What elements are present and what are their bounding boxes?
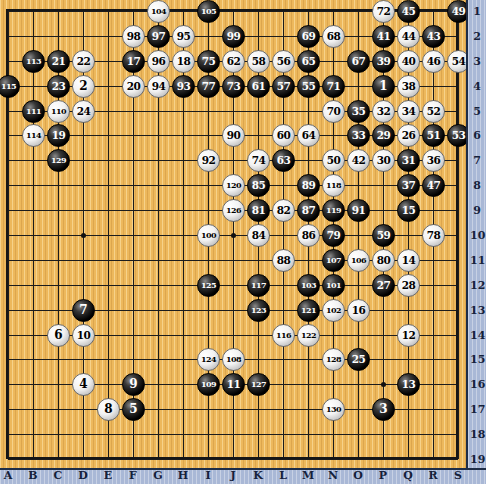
stone-white-N13: 102 xyxy=(322,299,345,322)
stone-white-H3: 18 xyxy=(172,50,195,73)
stone-black-M8: 89 xyxy=(297,174,320,197)
stone-move-number: 18 xyxy=(177,51,191,72)
stone-move-number: 14 xyxy=(402,250,416,271)
stone-white-I10: 100 xyxy=(197,224,220,247)
stone-move-number: 74 xyxy=(252,150,266,171)
stone-black-N4: 71 xyxy=(322,75,345,98)
stone-black-J2: 99 xyxy=(222,25,245,48)
stone-black-N12: 101 xyxy=(322,274,345,297)
stone-black-M9: 87 xyxy=(297,199,320,222)
column-label-C: C xyxy=(51,469,65,482)
stone-black-I3: 75 xyxy=(197,50,220,73)
stone-white-I7: 92 xyxy=(197,149,220,172)
stone-black-P3: 39 xyxy=(372,50,395,73)
stone-move-number: 85 xyxy=(252,175,266,196)
stone-white-P7: 30 xyxy=(372,149,395,172)
stone-move-number: 79 xyxy=(327,225,341,246)
stone-black-O3: 67 xyxy=(347,50,370,73)
stone-black-G2: 97 xyxy=(147,25,170,48)
row-label-10: 10 xyxy=(470,229,484,242)
stone-white-R7: 36 xyxy=(422,149,445,172)
stone-move-number: 104 xyxy=(151,1,166,22)
stone-black-B3: 113 xyxy=(22,50,45,73)
stone-move-number: 26 xyxy=(402,125,416,146)
stone-black-Q7: 31 xyxy=(397,149,420,172)
stone-move-number: 111 xyxy=(26,101,41,122)
stone-move-number: 90 xyxy=(227,125,241,146)
stone-black-R6: 51 xyxy=(422,124,445,147)
stone-move-number: 128 xyxy=(326,349,341,370)
stone-move-number: 94 xyxy=(152,76,166,97)
stone-move-number: 61 xyxy=(252,76,266,97)
stone-move-number: 113 xyxy=(26,51,41,72)
stone-move-number: 28 xyxy=(402,275,416,296)
stone-white-L14: 116 xyxy=(272,324,295,347)
stone-move-number: 122 xyxy=(301,325,316,346)
stone-move-number: 2 xyxy=(79,76,87,97)
stone-move-number: 52 xyxy=(427,101,441,122)
column-label-H: H xyxy=(176,469,190,482)
stone-black-K13: 123 xyxy=(247,299,270,322)
stone-move-number: 10 xyxy=(77,325,91,346)
stone-white-Q4: 38 xyxy=(397,75,420,98)
stone-move-number: 91 xyxy=(352,200,366,221)
row-label-17: 17 xyxy=(470,403,484,416)
stone-move-number: 100 xyxy=(201,225,216,246)
stone-black-J16: 11 xyxy=(222,373,245,396)
stone-move-number: 20 xyxy=(127,76,141,97)
star-point xyxy=(231,233,236,238)
row-label-7: 7 xyxy=(470,154,484,167)
stone-move-number: 55 xyxy=(302,76,316,97)
stone-move-number: 16 xyxy=(352,300,366,321)
stone-move-number: 43 xyxy=(427,26,441,47)
stone-move-number: 1 xyxy=(379,76,387,97)
stone-white-N8: 118 xyxy=(322,174,345,197)
stone-white-G1: 104 xyxy=(147,0,170,23)
stone-black-M2: 69 xyxy=(297,25,320,48)
row-label-13: 13 xyxy=(470,304,484,317)
stone-move-number: 115 xyxy=(1,76,16,97)
stone-white-Q6: 26 xyxy=(397,124,420,147)
stone-move-number: 21 xyxy=(52,51,66,72)
stone-black-I12: 125 xyxy=(197,274,220,297)
stone-black-N10: 79 xyxy=(322,224,345,247)
grid-line xyxy=(458,11,459,459)
column-label-N: N xyxy=(326,469,340,482)
stone-white-K3: 58 xyxy=(247,50,270,73)
stone-black-I1: 105 xyxy=(197,0,220,23)
stone-white-Q11: 14 xyxy=(397,249,420,272)
stone-move-number: 129 xyxy=(51,150,66,171)
stone-black-M13: 121 xyxy=(297,299,320,322)
stone-black-Q8: 37 xyxy=(397,174,420,197)
stone-move-number: 53 xyxy=(452,125,466,146)
stone-white-P11: 80 xyxy=(372,249,395,272)
stone-white-P5: 32 xyxy=(372,100,395,123)
stone-white-N15: 128 xyxy=(322,348,345,371)
stone-move-number: 119 xyxy=(326,200,341,221)
stone-move-number: 67 xyxy=(352,51,366,72)
stone-white-N17: 130 xyxy=(322,398,345,421)
stone-white-H2: 95 xyxy=(172,25,195,48)
row-label-18: 18 xyxy=(470,428,484,441)
stone-black-P12: 27 xyxy=(372,274,395,297)
stone-move-number: 96 xyxy=(152,51,166,72)
stone-white-J8: 120 xyxy=(222,174,245,197)
stone-white-J15: 108 xyxy=(222,348,245,371)
stone-black-R8: 47 xyxy=(422,174,445,197)
stone-black-P10: 59 xyxy=(372,224,395,247)
column-label-S: S xyxy=(451,469,465,482)
stone-move-number: 47 xyxy=(427,175,441,196)
column-label-J: J xyxy=(226,469,240,482)
stone-black-N9: 119 xyxy=(322,199,345,222)
stone-move-number: 22 xyxy=(77,51,91,72)
stone-black-O6: 33 xyxy=(347,124,370,147)
column-label-D: D xyxy=(76,469,90,482)
stone-move-number: 8 xyxy=(104,399,112,420)
stone-black-P2: 41 xyxy=(372,25,395,48)
stone-move-number: 71 xyxy=(327,76,341,97)
stone-black-M4: 55 xyxy=(297,75,320,98)
stone-move-number: 45 xyxy=(402,1,416,22)
stone-move-number: 24 xyxy=(77,101,91,122)
row-label-3: 3 xyxy=(470,55,484,68)
stone-black-F16: 9 xyxy=(122,373,145,396)
stone-move-number: 130 xyxy=(326,399,341,420)
row-label-9: 9 xyxy=(470,204,484,217)
stone-black-K4: 61 xyxy=(247,75,270,98)
stone-move-number: 105 xyxy=(201,1,216,22)
stone-move-number: 120 xyxy=(226,175,241,196)
stone-white-C14: 6 xyxy=(47,324,70,347)
stone-move-number: 102 xyxy=(326,300,341,321)
stone-white-O13: 16 xyxy=(347,299,370,322)
stone-black-O5: 35 xyxy=(347,100,370,123)
stone-white-O7: 42 xyxy=(347,149,370,172)
stone-move-number: 49 xyxy=(452,1,466,22)
stone-move-number: 98 xyxy=(127,26,141,47)
stone-black-P4: 1 xyxy=(372,75,395,98)
stone-move-number: 56 xyxy=(277,51,291,72)
stone-move-number: 4 xyxy=(79,374,87,395)
stone-move-number: 42 xyxy=(352,150,366,171)
stone-move-number: 6 xyxy=(54,325,62,346)
stone-white-D14: 10 xyxy=(72,324,95,347)
row-label-19: 19 xyxy=(470,453,484,466)
go-board-frame: 1234567891011121314151617181920212223242… xyxy=(0,0,486,484)
stone-move-number: 68 xyxy=(327,26,341,47)
stone-move-number: 69 xyxy=(302,26,316,47)
stone-move-number: 64 xyxy=(302,125,316,146)
stone-black-N11: 107 xyxy=(322,249,345,272)
stone-move-number: 95 xyxy=(177,26,191,47)
stone-move-number: 80 xyxy=(377,250,391,271)
stone-move-number: 31 xyxy=(402,150,416,171)
stone-move-number: 58 xyxy=(252,51,266,72)
stone-move-number: 19 xyxy=(52,125,66,146)
stone-move-number: 77 xyxy=(202,76,216,97)
column-label-B: B xyxy=(26,469,40,482)
stone-black-Q9: 15 xyxy=(397,199,420,222)
stone-black-K9: 81 xyxy=(247,199,270,222)
stone-move-number: 11 xyxy=(227,374,241,395)
column-label-Q: Q xyxy=(401,469,415,482)
stone-black-K8: 85 xyxy=(247,174,270,197)
stone-white-D3: 22 xyxy=(72,50,95,73)
stone-move-number: 9 xyxy=(129,374,137,395)
stone-move-number: 33 xyxy=(352,125,366,146)
stone-white-F4: 20 xyxy=(122,75,145,98)
stone-move-number: 106 xyxy=(351,250,366,271)
row-label-2: 2 xyxy=(470,30,484,43)
stone-white-N7: 50 xyxy=(322,149,345,172)
stone-move-number: 7 xyxy=(79,300,87,321)
stone-move-number: 117 xyxy=(251,275,266,296)
stone-black-L7: 63 xyxy=(272,149,295,172)
row-label-16: 16 xyxy=(470,378,484,391)
stone-white-P1: 72 xyxy=(372,0,395,23)
stone-white-N2: 68 xyxy=(322,25,345,48)
column-label-G: G xyxy=(151,469,165,482)
stone-move-number: 54 xyxy=(452,51,466,72)
stone-white-B6: 114 xyxy=(22,124,45,147)
stone-move-number: 63 xyxy=(277,150,291,171)
column-label-P: P xyxy=(376,469,390,482)
column-label-O: O xyxy=(351,469,365,482)
stone-move-number: 12 xyxy=(402,325,416,346)
column-label-K: K xyxy=(251,469,265,482)
row-label-4: 4 xyxy=(470,80,484,93)
stone-move-number: 118 xyxy=(326,175,341,196)
stone-white-D16: 4 xyxy=(72,373,95,396)
stone-move-number: 88 xyxy=(277,250,291,271)
stone-black-O9: 91 xyxy=(347,199,370,222)
stone-black-C7: 129 xyxy=(47,149,70,172)
stone-move-number: 124 xyxy=(201,349,216,370)
stone-move-number: 78 xyxy=(427,225,441,246)
stone-black-J4: 73 xyxy=(222,75,245,98)
stone-black-C6: 19 xyxy=(47,124,70,147)
stone-move-number: 25 xyxy=(352,349,366,370)
grid-line xyxy=(8,459,458,460)
stone-white-J9: 126 xyxy=(222,199,245,222)
column-label-A: A xyxy=(1,469,15,482)
stone-black-K12: 117 xyxy=(247,274,270,297)
stone-white-D5: 24 xyxy=(72,100,95,123)
stone-move-number: 5 xyxy=(129,399,137,420)
stone-black-I4: 77 xyxy=(197,75,220,98)
stone-black-I16: 109 xyxy=(197,373,220,396)
stone-black-O15: 25 xyxy=(347,348,370,371)
stone-move-number: 38 xyxy=(402,76,416,97)
stone-white-R5: 52 xyxy=(422,100,445,123)
stone-white-L3: 56 xyxy=(272,50,295,73)
stone-move-number: 101 xyxy=(326,275,341,296)
stone-move-number: 44 xyxy=(402,26,416,47)
stone-move-number: 89 xyxy=(302,175,316,196)
stone-move-number: 29 xyxy=(377,125,391,146)
stone-black-F3: 17 xyxy=(122,50,145,73)
row-label-6: 6 xyxy=(470,129,484,142)
column-label-L: L xyxy=(276,469,290,482)
stone-white-J6: 90 xyxy=(222,124,245,147)
row-label-14: 14 xyxy=(470,329,484,342)
stone-white-J3: 62 xyxy=(222,50,245,73)
stone-black-L4: 57 xyxy=(272,75,295,98)
stone-white-K10: 84 xyxy=(247,224,270,247)
column-label-E: E xyxy=(101,469,115,482)
stone-white-L11: 88 xyxy=(272,249,295,272)
stone-white-C5: 110 xyxy=(47,100,70,123)
stone-move-number: 23 xyxy=(52,76,66,97)
stone-move-number: 87 xyxy=(302,200,316,221)
stone-move-number: 127 xyxy=(251,374,266,395)
row-label-15: 15 xyxy=(470,353,484,366)
column-label-I: I xyxy=(201,469,215,482)
star-point xyxy=(81,233,86,238)
stone-move-number: 110 xyxy=(51,101,66,122)
stone-move-number: 35 xyxy=(352,101,366,122)
stone-move-number: 114 xyxy=(26,125,41,146)
stone-move-number: 13 xyxy=(402,374,416,395)
stone-white-L9: 82 xyxy=(272,199,295,222)
row-label-8: 8 xyxy=(470,179,484,192)
stone-move-number: 126 xyxy=(226,200,241,221)
stone-black-Q1: 45 xyxy=(397,0,420,23)
stone-move-number: 15 xyxy=(402,200,416,221)
stone-move-number: 73 xyxy=(227,76,241,97)
stone-black-Q16: 13 xyxy=(397,373,420,396)
stone-black-B5: 111 xyxy=(22,100,45,123)
stone-move-number: 30 xyxy=(377,150,391,171)
stone-black-C3: 21 xyxy=(47,50,70,73)
stone-black-H4: 93 xyxy=(172,75,195,98)
stone-black-P6: 29 xyxy=(372,124,395,147)
stone-black-M3: 65 xyxy=(297,50,320,73)
stone-move-number: 81 xyxy=(252,200,266,221)
stone-white-M10: 86 xyxy=(297,224,320,247)
stone-black-R2: 43 xyxy=(422,25,445,48)
stone-white-L6: 60 xyxy=(272,124,295,147)
star-point xyxy=(381,382,386,387)
stone-move-number: 59 xyxy=(377,225,391,246)
stone-move-number: 37 xyxy=(402,175,416,196)
stone-move-number: 92 xyxy=(202,150,216,171)
stone-move-number: 36 xyxy=(427,150,441,171)
stone-move-number: 99 xyxy=(227,26,241,47)
stone-move-number: 107 xyxy=(326,250,341,271)
stone-move-number: 108 xyxy=(226,349,241,370)
stone-white-Q14: 12 xyxy=(397,324,420,347)
stone-move-number: 65 xyxy=(302,51,316,72)
stone-white-K7: 74 xyxy=(247,149,270,172)
stone-move-number: 86 xyxy=(302,225,316,246)
stone-move-number: 41 xyxy=(377,26,391,47)
stone-move-number: 72 xyxy=(377,1,391,22)
stone-move-number: 84 xyxy=(252,225,266,246)
row-label-11: 11 xyxy=(470,254,484,267)
row-label-5: 5 xyxy=(470,105,484,118)
stone-white-Q3: 40 xyxy=(397,50,420,73)
stone-move-number: 17 xyxy=(127,51,141,72)
stone-move-number: 39 xyxy=(377,51,391,72)
stone-move-number: 125 xyxy=(201,275,216,296)
stone-move-number: 50 xyxy=(327,150,341,171)
stone-white-G4: 94 xyxy=(147,75,170,98)
column-label-M: M xyxy=(301,469,315,482)
stone-white-M14: 122 xyxy=(297,324,320,347)
stone-white-F2: 98 xyxy=(122,25,145,48)
stone-move-number: 116 xyxy=(276,325,291,346)
stone-move-number: 60 xyxy=(277,125,291,146)
column-label-R: R xyxy=(426,469,440,482)
row-label-1: 1 xyxy=(470,5,484,18)
stone-black-M12: 103 xyxy=(297,274,320,297)
stone-move-number: 75 xyxy=(202,51,216,72)
stone-move-number: 70 xyxy=(327,101,341,122)
stone-white-Q5: 34 xyxy=(397,100,420,123)
stone-white-R3: 46 xyxy=(422,50,445,73)
stone-white-D4: 2 xyxy=(72,75,95,98)
row-label-12: 12 xyxy=(470,279,484,292)
stone-black-K16: 127 xyxy=(247,373,270,396)
stone-white-I15: 124 xyxy=(197,348,220,371)
stone-white-Q2: 44 xyxy=(397,25,420,48)
stone-move-number: 62 xyxy=(227,51,241,72)
stone-move-number: 123 xyxy=(251,300,266,321)
stone-move-number: 27 xyxy=(377,275,391,296)
stone-white-Q12: 28 xyxy=(397,274,420,297)
stone-black-C4: 23 xyxy=(47,75,70,98)
stone-move-number: 32 xyxy=(377,101,391,122)
stone-move-number: 57 xyxy=(277,76,291,97)
stone-move-number: 51 xyxy=(427,125,441,146)
stone-move-number: 34 xyxy=(402,101,416,122)
stone-move-number: 103 xyxy=(301,275,316,296)
stone-move-number: 46 xyxy=(427,51,441,72)
stone-white-M6: 64 xyxy=(297,124,320,147)
stone-white-N5: 70 xyxy=(322,100,345,123)
column-label-F: F xyxy=(126,469,140,482)
stone-white-R10: 78 xyxy=(422,224,445,247)
stone-black-D13: 7 xyxy=(72,299,95,322)
stone-move-number: 93 xyxy=(177,76,191,97)
stone-move-number: 121 xyxy=(301,300,316,321)
stone-move-number: 97 xyxy=(152,26,166,47)
stone-white-E17: 8 xyxy=(97,398,120,421)
stone-white-O11: 106 xyxy=(347,249,370,272)
stone-move-number: 40 xyxy=(402,51,416,72)
stone-black-P17: 3 xyxy=(372,398,395,421)
stone-black-F17: 5 xyxy=(122,398,145,421)
stone-move-number: 82 xyxy=(277,200,291,221)
stone-move-number: 109 xyxy=(201,374,216,395)
stone-move-number: 3 xyxy=(379,399,387,420)
stone-white-G3: 96 xyxy=(147,50,170,73)
